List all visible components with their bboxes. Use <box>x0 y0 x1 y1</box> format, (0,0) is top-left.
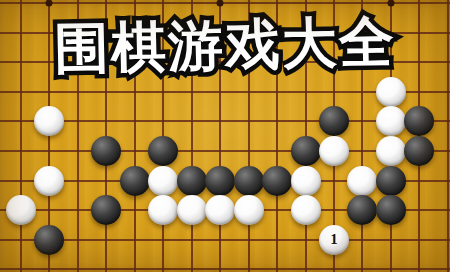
white-stone[interactable] <box>6 195 36 225</box>
black-stone[interactable] <box>404 106 434 136</box>
grid-line-horizontal <box>0 239 450 241</box>
black-stone[interactable] <box>120 166 150 196</box>
white-stone[interactable] <box>205 195 235 225</box>
grid-line-vertical <box>20 0 22 272</box>
white-stone[interactable] <box>148 166 178 196</box>
black-stone[interactable] <box>404 136 434 166</box>
black-stone[interactable] <box>319 106 349 136</box>
black-stone[interactable] <box>91 195 121 225</box>
grid-line-horizontal <box>0 2 450 4</box>
white-stone[interactable] <box>319 136 349 166</box>
black-stone[interactable] <box>376 195 406 225</box>
white-stone[interactable] <box>376 136 406 166</box>
black-stone[interactable] <box>34 225 64 255</box>
star-point <box>46 0 53 7</box>
black-stone[interactable] <box>91 136 121 166</box>
black-stone[interactable] <box>205 166 235 196</box>
white-stone[interactable] <box>291 166 321 196</box>
white-stone[interactable] <box>234 195 264 225</box>
black-stone[interactable] <box>291 136 321 166</box>
star-point <box>387 0 394 7</box>
black-stone[interactable] <box>347 195 377 225</box>
star-point <box>217 0 224 7</box>
white-stone[interactable] <box>177 195 207 225</box>
page-title: 围棋游戏大全 <box>53 10 396 80</box>
go-board-scene: 1 围棋游戏大全 <box>0 0 450 272</box>
black-stone[interactable] <box>234 166 264 196</box>
white-stone[interactable] <box>148 195 178 225</box>
black-stone[interactable] <box>148 136 178 166</box>
white-stone[interactable] <box>34 106 64 136</box>
grid-line-vertical <box>447 0 449 272</box>
white-stone[interactable] <box>376 77 406 107</box>
white-stone[interactable] <box>376 106 406 136</box>
white-stone[interactable]: 1 <box>319 225 349 255</box>
black-stone[interactable] <box>262 166 292 196</box>
black-stone[interactable] <box>376 166 406 196</box>
black-stone[interactable] <box>177 166 207 196</box>
white-stone[interactable] <box>34 166 64 196</box>
move-number-label: 1 <box>330 232 338 247</box>
grid-line-horizontal <box>0 268 450 270</box>
white-stone[interactable] <box>291 195 321 225</box>
white-stone[interactable] <box>347 166 377 196</box>
